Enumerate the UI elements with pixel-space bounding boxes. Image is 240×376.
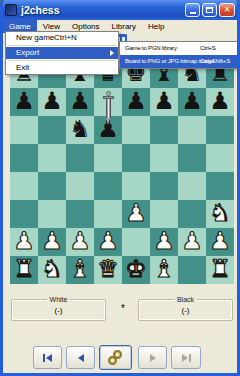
square-e6[interactable]	[122, 116, 150, 144]
square-g5[interactable]	[178, 144, 206, 172]
square-d2[interactable]: ♟	[94, 228, 122, 256]
square-f6[interactable]	[150, 116, 178, 144]
chess-board[interactable]: ♜♝♛♚♝♞♜♟♟♟♟♟♟♟♞♟♟♞♟♟♟♟♟♟♟♜♞♝♛♚♝♜	[10, 60, 234, 284]
sword-cursor	[102, 91, 114, 125]
white-bishop: ♝	[150, 256, 178, 283]
square-e3[interactable]: ♟	[122, 200, 150, 228]
square-g7[interactable]: ♟	[178, 88, 206, 116]
white-knight: ♞	[206, 200, 234, 227]
square-e1[interactable]: ♚	[122, 256, 150, 284]
square-c3[interactable]	[66, 200, 94, 228]
white-value: (-)	[12, 306, 105, 315]
square-c5[interactable]	[66, 144, 94, 172]
engine-move-button[interactable]	[99, 345, 132, 370]
square-f5[interactable]	[150, 144, 178, 172]
square-f3[interactable]	[150, 200, 178, 228]
white-pawn: ♟	[38, 228, 66, 255]
square-g3[interactable]	[178, 200, 206, 228]
square-a1[interactable]: ♜	[10, 256, 38, 284]
square-h6[interactable]	[206, 116, 234, 144]
square-f4[interactable]	[150, 172, 178, 200]
square-b6[interactable]	[38, 116, 66, 144]
menu-item-new-game[interactable]: New game Ctrl+N	[6, 32, 118, 44]
black-value: (-)	[139, 306, 232, 315]
square-g1[interactable]	[178, 256, 206, 284]
menu-item-export-pgn[interactable]: Game to PGN library Ctrl+S	[120, 42, 238, 55]
menu-separator	[8, 60, 116, 61]
app-icon	[5, 4, 17, 16]
maximize-button[interactable]	[202, 3, 217, 17]
square-a2[interactable]: ♟	[10, 228, 38, 256]
square-d1[interactable]: ♛	[94, 256, 122, 284]
next-move-button[interactable]	[138, 346, 167, 369]
square-e5[interactable]	[122, 144, 150, 172]
shortcut-export-image: Ctrl+Shift+S	[200, 55, 230, 68]
square-h7[interactable]: ♟	[206, 88, 234, 116]
black-label: Black	[174, 296, 197, 303]
menu-separator	[8, 45, 116, 46]
white-player-panel: White (-)	[11, 299, 106, 321]
white-knight: ♞	[38, 256, 66, 283]
black-knight: ♞	[66, 116, 94, 143]
black-pawn: ♟	[122, 88, 150, 115]
white-rook: ♜	[206, 256, 234, 283]
white-rook: ♜	[10, 256, 38, 283]
square-b7[interactable]: ♟	[38, 88, 66, 116]
menu-item-export[interactable]: Export	[6, 47, 118, 59]
square-h4[interactable]	[206, 172, 234, 200]
square-b5[interactable]	[38, 144, 66, 172]
square-c7[interactable]: ♟	[66, 88, 94, 116]
square-g6[interactable]	[178, 116, 206, 144]
square-a7[interactable]: ♟	[10, 88, 38, 116]
square-b2[interactable]: ♟	[38, 228, 66, 256]
white-pawn: ♟	[122, 200, 150, 227]
rings-icon	[108, 350, 124, 366]
window-title: j2chess	[21, 4, 60, 16]
submenu-arrow-icon	[110, 50, 114, 56]
previous-move-button[interactable]	[66, 346, 95, 369]
navigation-bar	[3, 345, 237, 371]
white-king: ♚	[122, 256, 150, 283]
shortcut-new-game: Ctrl+N	[54, 32, 77, 44]
square-h1[interactable]: ♜	[206, 256, 234, 284]
square-h2[interactable]: ♟	[206, 228, 234, 256]
square-b1[interactable]: ♞	[38, 256, 66, 284]
shortcut-export-pgn: Ctrl+S	[200, 42, 216, 55]
black-pawn: ♟	[66, 88, 94, 115]
menu-help[interactable]: Help	[142, 20, 170, 33]
square-d4[interactable]	[94, 172, 122, 200]
white-pawn: ♟	[66, 228, 94, 255]
square-b3[interactable]	[38, 200, 66, 228]
square-a4[interactable]	[10, 172, 38, 200]
square-c4[interactable]	[66, 172, 94, 200]
square-c1[interactable]: ♝	[66, 256, 94, 284]
game-dropdown-menu: New game Ctrl+N Export Exit	[5, 31, 119, 75]
square-g4[interactable]	[178, 172, 206, 200]
black-pawn: ♟	[206, 88, 234, 115]
menu-item-export-image[interactable]: Board to PNG or JPG bitmap image Ctrl+Sh…	[120, 55, 238, 68]
black-pawn: ♟	[38, 88, 66, 115]
title-bar[interactable]: j2chess ✕	[0, 0, 240, 20]
square-d5[interactable]	[94, 144, 122, 172]
white-pawn: ♟	[178, 228, 206, 255]
square-b4[interactable]	[38, 172, 66, 200]
square-c2[interactable]: ♟	[66, 228, 94, 256]
square-e7[interactable]: ♟	[122, 88, 150, 116]
last-move-button[interactable]	[171, 346, 201, 369]
close-button[interactable]: ✕	[219, 3, 235, 17]
white-pawn: ♟	[10, 228, 38, 255]
white-pawn: ♟	[206, 228, 234, 255]
menu-item-exit[interactable]: Exit	[6, 62, 118, 74]
square-a6[interactable]	[10, 116, 38, 144]
white-bishop: ♝	[66, 256, 94, 283]
white-pawn: ♟	[150, 228, 178, 255]
white-queen: ♛	[94, 256, 122, 283]
square-f2[interactable]: ♟	[150, 228, 178, 256]
square-f7[interactable]: ♟	[150, 88, 178, 116]
square-a5[interactable]	[10, 144, 38, 172]
first-move-button[interactable]	[33, 346, 62, 369]
white-label: White	[47, 296, 71, 303]
black-player-panel: Black (-)	[138, 299, 233, 321]
square-g2[interactable]: ♟	[178, 228, 206, 256]
square-h5[interactable]	[206, 144, 234, 172]
black-pawn: ♟	[10, 88, 38, 115]
square-f1[interactable]: ♝	[150, 256, 178, 284]
white-pawn: ♟	[94, 228, 122, 255]
game-result: *	[117, 303, 129, 314]
square-h3[interactable]: ♞	[206, 200, 234, 228]
export-submenu: Game to PGN library Ctrl+S Board to PNG …	[119, 41, 239, 69]
black-pawn: ♟	[178, 88, 206, 115]
square-c6[interactable]: ♞	[66, 116, 94, 144]
square-a3[interactable]	[10, 200, 38, 228]
square-e4[interactable]	[122, 172, 150, 200]
black-pawn: ♟	[150, 88, 178, 115]
square-e2[interactable]	[122, 228, 150, 256]
app-window: j2chess ✕ Game View Options Library Help…	[0, 0, 240, 376]
minimize-button[interactable]	[185, 3, 200, 17]
square-d3[interactable]	[94, 200, 122, 228]
